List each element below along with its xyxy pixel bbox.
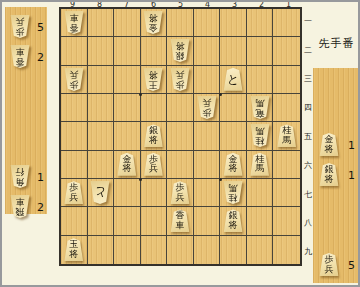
piece-face: 香車 <box>64 11 84 34</box>
piece-face: 王将 <box>143 68 163 91</box>
piece-face: 金将 <box>319 133 339 156</box>
sente-piece-金将[interactable]: 金将 <box>319 133 339 156</box>
rank-label-四: 四 <box>303 93 313 122</box>
square-9-七[interactable]: 歩兵 <box>61 179 88 207</box>
gote-piece-歩兵[interactable]: 歩兵 <box>197 96 217 119</box>
sente-hand-slot-金将[interactable]: 金将1 <box>313 130 358 160</box>
rank-label-三: 三 <box>303 65 313 94</box>
piece-kanji: 車 <box>16 197 25 207</box>
piece-kanji: 行 <box>16 167 25 177</box>
square-3-二[interactable] <box>220 37 247 65</box>
square-8-六[interactable] <box>88 151 115 179</box>
piece-kanji: 王 <box>149 79 158 89</box>
sente-piece-桂馬[interactable]: 桂馬 <box>277 124 297 147</box>
square-5-五[interactable] <box>167 122 194 150</box>
piece-kanji: 竜 <box>255 108 264 118</box>
square-9-六[interactable] <box>61 151 88 179</box>
square-7-二[interactable] <box>114 37 141 65</box>
square-4-九[interactable] <box>194 236 221 264</box>
piece-face: 銀将 <box>143 124 163 147</box>
piece-kanji: と <box>227 73 239 86</box>
piece-face: 桂馬 <box>250 153 270 176</box>
sente-hand-slot-歩兵[interactable]: 歩兵5 <box>313 250 358 280</box>
sente-piece-桂馬[interactable]: 桂馬 <box>250 153 270 176</box>
square-9-四[interactable] <box>61 94 88 122</box>
square-9-八[interactable] <box>61 207 88 235</box>
square-4-二[interactable] <box>194 37 221 65</box>
square-5-八[interactable]: 香車 <box>167 207 194 235</box>
square-2-五[interactable]: 桂馬 <box>247 122 274 150</box>
turn-indicator: 先手番 <box>313 36 360 51</box>
piece-face: 歩兵 <box>319 253 339 276</box>
piece-face: 香車 <box>10 45 30 68</box>
square-9-一[interactable]: 香車 <box>61 9 88 37</box>
gote-piece-桂馬[interactable]: 桂馬 <box>250 124 270 147</box>
piece-face: 竜馬 <box>250 96 270 119</box>
piece-kanji: 将 <box>229 221 238 231</box>
gote-hand-slot-歩兵[interactable]: 歩兵5 <box>5 12 47 42</box>
gote-piece-歩兵[interactable]: 歩兵 <box>64 68 84 91</box>
square-1-二[interactable] <box>273 37 300 65</box>
hand-count: 1 <box>37 171 44 184</box>
square-1-八[interactable] <box>273 207 300 235</box>
star-point <box>139 178 142 181</box>
sente-hand-slot-銀将[interactable]: 銀将1 <box>313 160 358 190</box>
gote-piece-と[interactable]: と <box>90 181 110 204</box>
piece-kanji: 車 <box>175 221 184 231</box>
piece-kanji: 将 <box>149 136 158 146</box>
square-5-六[interactable] <box>167 151 194 179</box>
piece-kanji: 兵 <box>69 70 78 80</box>
square-3-一[interactable] <box>220 9 247 37</box>
square-4-八[interactable] <box>194 207 221 235</box>
square-9-五[interactable] <box>61 122 88 150</box>
sente-piece-歩兵[interactable]: 歩兵 <box>64 181 84 204</box>
piece-kanji: 歩 <box>202 108 211 118</box>
piece-kanji: 将 <box>229 164 238 174</box>
piece-kanji: 兵 <box>16 17 25 27</box>
square-8-四[interactable] <box>88 94 115 122</box>
square-7-三[interactable] <box>114 66 141 94</box>
square-3-三[interactable]: と <box>220 66 247 94</box>
square-8-七[interactable]: と <box>88 179 115 207</box>
square-8-二[interactable] <box>88 37 115 65</box>
piece-face: と <box>223 68 243 91</box>
piece-face: 歩兵 <box>170 68 190 91</box>
piece-kanji: 歩 <box>69 79 78 89</box>
piece-face: 桂馬 <box>277 124 297 147</box>
piece-kanji: 兵 <box>202 98 211 108</box>
square-3-九[interactable] <box>220 236 247 264</box>
piece-kanji: 将 <box>325 175 334 185</box>
piece-kanji: 兵 <box>175 193 184 203</box>
square-3-五[interactable] <box>220 122 247 150</box>
gote-piece-銀将[interactable]: 銀将 <box>170 39 190 62</box>
piece-face: 角行 <box>10 165 30 188</box>
shogi-board: 香車金将銀将歩兵王将歩兵と歩兵竜馬銀将桂馬桂馬金将歩兵金将桂馬歩兵と歩兵桂馬香車… <box>59 7 302 266</box>
piece-kanji: 将 <box>325 145 334 155</box>
rank-label-九: 九 <box>303 237 313 266</box>
square-4-七[interactable] <box>194 179 221 207</box>
piece-face: 歩兵 <box>197 96 217 119</box>
square-3-六[interactable]: 金将 <box>220 151 247 179</box>
hand-count: 1 <box>348 139 355 152</box>
square-5-一[interactable] <box>167 9 194 37</box>
sente-piece-金将[interactable]: 金将 <box>117 153 137 176</box>
piece-face: 銀将 <box>170 39 190 62</box>
piece-kanji: 香 <box>16 57 25 67</box>
piece-kanji: 兵 <box>69 193 78 203</box>
shogi-app-window: 歩兵5香車2角行1飛車2 987654321 香車金将銀将歩兵王将歩兵と歩兵竜馬… <box>0 0 360 287</box>
square-6-一[interactable]: 金将 <box>141 9 168 37</box>
gote-piece-王将[interactable]: 王将 <box>143 68 163 91</box>
square-1-五[interactable]: 桂馬 <box>273 122 300 150</box>
square-2-七[interactable] <box>247 179 274 207</box>
piece-face: 香車 <box>170 209 190 232</box>
square-7-七[interactable] <box>114 179 141 207</box>
gote-piece-角行[interactable]: 角行 <box>10 165 30 188</box>
piece-face: 銀将 <box>319 163 339 186</box>
piece-face: 歩兵 <box>64 181 84 204</box>
square-4-六[interactable] <box>194 151 221 179</box>
rank-label-一: 一 <box>303 7 313 36</box>
piece-kanji: 兵 <box>325 265 334 275</box>
square-2-四[interactable]: 竜馬 <box>247 94 274 122</box>
piece-face: 歩兵 <box>64 68 84 91</box>
piece-face: 歩兵 <box>170 181 190 204</box>
square-5-四[interactable] <box>167 94 194 122</box>
piece-kanji: 将 <box>149 13 158 23</box>
gote-piece-竜馬[interactable]: 竜馬 <box>250 96 270 119</box>
gote-hand-slot-角行[interactable]: 角行1 <box>5 162 47 192</box>
square-1-六[interactable] <box>273 151 300 179</box>
piece-kanji: 将 <box>122 164 131 174</box>
piece-kanji: 飛 <box>16 207 25 217</box>
piece-face: 玉将 <box>64 238 84 261</box>
hand-count: 2 <box>37 201 44 214</box>
piece-kanji: 馬 <box>229 183 238 193</box>
rank-labels: 一二三四五六七八九 <box>303 7 313 266</box>
piece-kanji: 兵 <box>175 70 184 80</box>
square-8-一[interactable] <box>88 9 115 37</box>
piece-kanji: 馬 <box>282 136 291 146</box>
square-2-六[interactable]: 桂馬 <box>247 151 274 179</box>
square-5-三[interactable]: 歩兵 <box>167 66 194 94</box>
gote-piece-飛車[interactable]: 飛車 <box>10 195 30 218</box>
rank-label-七: 七 <box>303 180 313 209</box>
hand-count: 5 <box>348 259 355 272</box>
piece-face: 金将 <box>143 11 163 34</box>
piece-kanji: 金 <box>149 23 158 33</box>
square-1-三[interactable] <box>273 66 300 94</box>
piece-face: と <box>90 181 110 204</box>
piece-face: 桂馬 <box>223 181 243 204</box>
gote-piece-香車[interactable]: 香車 <box>64 11 84 34</box>
sente-piece-銀将[interactable]: 銀将 <box>319 163 339 186</box>
square-1-四[interactable] <box>273 94 300 122</box>
square-3-四[interactable] <box>220 94 247 122</box>
piece-kanji: 馬 <box>255 164 264 174</box>
sente-piece-香車[interactable]: 香車 <box>170 209 190 232</box>
square-8-八[interactable] <box>88 207 115 235</box>
sente-piece-歩兵[interactable]: 歩兵 <box>319 253 339 276</box>
square-7-八[interactable] <box>114 207 141 235</box>
piece-kanji: 歩 <box>16 27 25 37</box>
piece-face: 桂馬 <box>250 124 270 147</box>
piece-kanji: 将 <box>175 41 184 51</box>
star-point <box>219 93 222 96</box>
square-4-四[interactable]: 歩兵 <box>194 94 221 122</box>
square-6-二[interactable] <box>141 37 168 65</box>
piece-kanji: 車 <box>69 13 78 23</box>
sente-piece-歩兵[interactable]: 歩兵 <box>143 153 163 176</box>
sente-captured-tray: 金将1銀将1歩兵5 <box>313 68 358 283</box>
piece-face: 金将 <box>117 153 137 176</box>
sente-piece-金将[interactable]: 金将 <box>223 153 243 176</box>
square-8-九[interactable] <box>88 236 115 264</box>
piece-face: 歩兵 <box>143 153 163 176</box>
square-6-四[interactable] <box>141 94 168 122</box>
piece-kanji: 香 <box>69 23 78 33</box>
square-9-二[interactable] <box>61 37 88 65</box>
square-9-九[interactable]: 玉将 <box>61 236 88 264</box>
piece-kanji: 銀 <box>175 51 184 61</box>
hand-count: 5 <box>37 21 44 34</box>
sente-piece-銀将[interactable]: 銀将 <box>223 209 243 232</box>
square-7-五[interactable] <box>114 122 141 150</box>
square-4-三[interactable] <box>194 66 221 94</box>
sente-piece-歩兵[interactable]: 歩兵 <box>170 181 190 204</box>
square-6-三[interactable]: 王将 <box>141 66 168 94</box>
square-2-八[interactable] <box>247 207 274 235</box>
rank-label-五: 五 <box>303 122 313 151</box>
sente-piece-と[interactable]: と <box>223 68 243 91</box>
piece-kanji: 兵 <box>149 164 158 174</box>
gote-hand-slot-香車[interactable]: 香車2 <box>5 42 47 72</box>
square-3-七[interactable]: 桂馬 <box>220 179 247 207</box>
square-7-一[interactable] <box>114 9 141 37</box>
piece-kanji: 馬 <box>255 98 264 108</box>
square-8-三[interactable] <box>88 66 115 94</box>
square-2-一[interactable] <box>247 9 274 37</box>
gote-piece-歩兵[interactable]: 歩兵 <box>10 15 30 38</box>
square-7-六[interactable]: 金将 <box>114 151 141 179</box>
square-1-九[interactable] <box>273 236 300 264</box>
piece-face: 金将 <box>223 153 243 176</box>
rank-label-六: 六 <box>303 151 313 180</box>
piece-kanji: 角 <box>16 177 25 187</box>
gote-piece-歩兵[interactable]: 歩兵 <box>170 68 190 91</box>
square-6-六[interactable]: 歩兵 <box>141 151 168 179</box>
piece-kanji: 将 <box>69 250 78 260</box>
gote-piece-香車[interactable]: 香車 <box>10 45 30 68</box>
square-1-一[interactable] <box>273 9 300 37</box>
piece-face: 飛車 <box>10 195 30 218</box>
piece-kanji: 桂 <box>255 136 264 146</box>
star-point <box>139 93 142 96</box>
square-5-二[interactable]: 銀将 <box>167 37 194 65</box>
gote-piece-桂馬[interactable]: 桂馬 <box>223 181 243 204</box>
square-6-五[interactable]: 銀将 <box>141 122 168 150</box>
piece-face: 銀将 <box>223 209 243 232</box>
rank-label-八: 八 <box>303 208 313 237</box>
square-9-三[interactable]: 歩兵 <box>61 66 88 94</box>
piece-kanji: と <box>94 186 106 199</box>
square-6-八[interactable] <box>141 207 168 235</box>
square-6-七[interactable] <box>141 179 168 207</box>
hand-count: 2 <box>37 51 44 64</box>
square-7-四[interactable] <box>114 94 141 122</box>
square-2-九[interactable] <box>247 236 274 264</box>
square-8-五[interactable] <box>88 122 115 150</box>
gote-piece-金将[interactable]: 金将 <box>143 11 163 34</box>
gote-captured-tray: 歩兵5香車2角行1飛車2 <box>5 7 47 214</box>
square-5-七[interactable]: 歩兵 <box>167 179 194 207</box>
piece-kanji: 馬 <box>255 126 264 136</box>
piece-kanji: 桂 <box>229 193 238 203</box>
square-4-五[interactable] <box>194 122 221 150</box>
rank-label-二: 二 <box>303 36 313 65</box>
square-3-八[interactable]: 銀将 <box>220 207 247 235</box>
piece-kanji: 将 <box>149 70 158 80</box>
square-5-九[interactable] <box>167 236 194 264</box>
star-point <box>219 178 222 181</box>
hand-count: 1 <box>348 169 355 182</box>
piece-face: 歩兵 <box>10 15 30 38</box>
square-7-九[interactable] <box>114 236 141 264</box>
square-1-七[interactable] <box>273 179 300 207</box>
sente-piece-銀将[interactable]: 銀将 <box>143 124 163 147</box>
piece-kanji: 歩 <box>175 79 184 89</box>
square-2-二[interactable] <box>247 37 274 65</box>
square-2-三[interactable] <box>247 66 274 94</box>
piece-kanji: 車 <box>16 47 25 57</box>
gote-hand-slot-飛車[interactable]: 飛車2 <box>5 192 47 222</box>
square-4-一[interactable] <box>194 9 221 37</box>
square-6-九[interactable] <box>141 236 168 264</box>
sente-piece-玉将[interactable]: 玉将 <box>64 238 84 261</box>
